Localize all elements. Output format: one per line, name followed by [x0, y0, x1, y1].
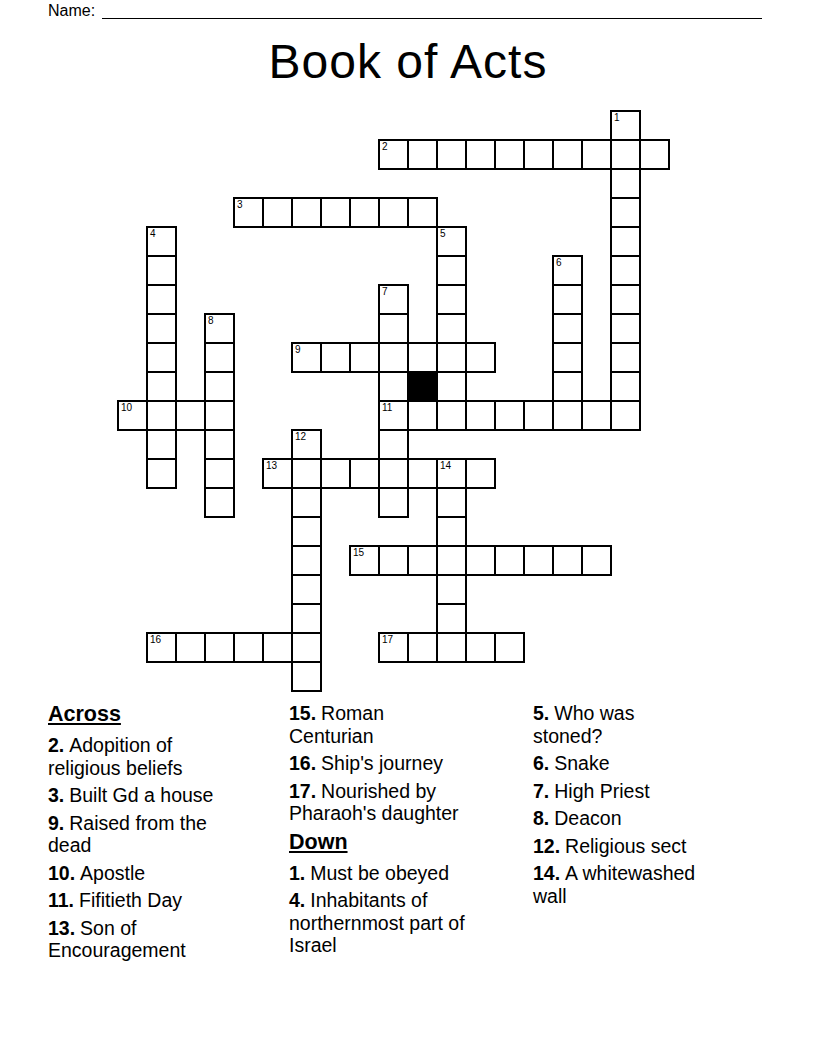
grid-cell-r17c11[interactable]	[436, 603, 467, 634]
grid-cell-r10c3[interactable]	[204, 400, 235, 431]
grid-cell-r10c15[interactable]	[552, 400, 583, 431]
cell-number-10: 10	[121, 403, 132, 413]
grid-cell-r7c17[interactable]	[610, 313, 641, 344]
grid-cell-r14c6[interactable]	[291, 516, 322, 547]
clues-column-2: 15.Roman Centurian16.Ship's journey17.No…	[289, 702, 527, 962]
clue-across-13: 13.Son of Encouragement	[48, 917, 282, 962]
grid-cell-r10c13[interactable]	[494, 400, 525, 431]
grid-cell-r3c10[interactable]	[407, 197, 438, 228]
grid-cell-r12c6[interactable]	[291, 458, 322, 489]
cell-number-6: 6	[556, 258, 562, 268]
grid-cell-r10c10[interactable]	[407, 400, 438, 431]
clue-across-2: 2.Adopition of religious beliefs	[48, 734, 282, 779]
grid-cell-r12c3[interactable]	[204, 458, 235, 489]
grid-cell-r15c14[interactable]	[523, 545, 554, 576]
clue-number: 15.	[289, 702, 316, 724]
grid-cell-r12c5[interactable]: 13	[262, 458, 293, 489]
grid-cell-r8c10[interactable]	[407, 342, 438, 373]
grid-cell-r10c16[interactable]	[581, 400, 612, 431]
grid-cell-r8c11[interactable]	[436, 342, 467, 373]
grid-cell-r7c1[interactable]	[146, 313, 177, 344]
cell-number-2: 2	[382, 142, 388, 152]
grid-cell-r12c11[interactable]: 14	[436, 458, 467, 489]
grid-cell-r8c7[interactable]	[320, 342, 351, 373]
grid-cell-r1c18[interactable]	[639, 139, 670, 170]
grid-cell-r1c13[interactable]	[494, 139, 525, 170]
clue-number: 5.	[533, 702, 549, 724]
clue-down-8: 8.Deacon	[533, 807, 771, 830]
grid-cell-r18c11[interactable]	[436, 632, 467, 663]
grid-cell-r12c1[interactable]	[146, 458, 177, 489]
crossword-grid: 1234567118910121314151617	[117, 110, 672, 694]
clue-across-16: 16.Ship's journey	[289, 752, 527, 775]
clue-number: 2.	[48, 734, 64, 756]
grid-cell-r16c11[interactable]	[436, 574, 467, 605]
black-cell	[407, 371, 438, 402]
grid-cell-r17c6[interactable]	[291, 603, 322, 634]
page-title: Book of Acts	[0, 36, 816, 88]
cell-number-1: 1	[614, 113, 620, 123]
cell-number-11: 11	[382, 403, 392, 413]
clue-text: Built Gd a house	[69, 784, 213, 806]
grid-cell-r3c6[interactable]	[291, 197, 322, 228]
grid-cell-r1c10[interactable]	[407, 139, 438, 170]
clue-number: 16.	[289, 752, 316, 774]
cell-number-14: 14	[440, 461, 451, 471]
grid-cell-r10c17[interactable]	[610, 400, 641, 431]
grid-cell-r15c12[interactable]	[465, 545, 496, 576]
grid-cell-r13c3[interactable]	[204, 487, 235, 518]
grid-cell-r5c17[interactable]	[610, 255, 641, 286]
clue-number: 11.	[48, 889, 74, 911]
clue-text: Apostle	[80, 862, 145, 884]
grid-cell-r8c9[interactable]	[378, 342, 409, 373]
grid-cell-r15c10[interactable]	[407, 545, 438, 576]
grid-cell-r1c12[interactable]	[465, 139, 496, 170]
clue-number: 7.	[533, 780, 549, 802]
grid-cell-r0c17[interactable]: 1	[610, 110, 641, 141]
clues-column-1: Across2.Adopition of religious beliefs3.…	[48, 702, 282, 967]
clue-number: 9.	[48, 812, 64, 834]
cell-number-5: 5	[440, 229, 446, 239]
grid-cell-r12c7[interactable]	[320, 458, 351, 489]
grid-cell-r11c3[interactable]	[204, 429, 235, 460]
grid-cell-r5c11[interactable]	[436, 255, 467, 286]
clue-number: 12.	[533, 835, 560, 857]
grid-cell-r6c17[interactable]	[610, 284, 641, 315]
cell-number-15: 15	[353, 548, 364, 558]
clue-across-10: 10.Apostle	[48, 862, 282, 885]
grid-cell-r9c15[interactable]	[552, 371, 583, 402]
cell-number-17: 17	[382, 635, 393, 645]
grid-cell-r15c15[interactable]	[552, 545, 583, 576]
clue-number: 10.	[48, 862, 75, 884]
grid-cell-r15c16[interactable]	[581, 545, 612, 576]
grid-cell-r10c9[interactable]: 11	[378, 400, 409, 431]
clue-text: Religious sect	[565, 835, 686, 857]
grid-cell-r6c15[interactable]	[552, 284, 583, 315]
grid-cell-r18c12[interactable]	[465, 632, 496, 663]
grid-cell-r6c9[interactable]: 7	[378, 284, 409, 315]
grid-cell-r9c11[interactable]	[436, 371, 467, 402]
grid-cell-r8c1[interactable]	[146, 342, 177, 373]
grid-cell-r18c3[interactable]	[204, 632, 235, 663]
grid-cell-r12c8[interactable]	[349, 458, 380, 489]
grid-cell-r18c13[interactable]	[494, 632, 525, 663]
grid-cell-r8c3[interactable]	[204, 342, 235, 373]
grid-cell-r6c1[interactable]	[146, 284, 177, 315]
clue-number: 4.	[289, 889, 305, 911]
clue-number: 1.	[289, 862, 305, 884]
grid-cell-r8c6[interactable]: 9	[291, 342, 322, 373]
clue-number: 6.	[533, 752, 549, 774]
clue-number: 13.	[48, 917, 75, 939]
grid-cell-r4c17[interactable]	[610, 226, 641, 257]
worksheet-page: Name: Book of Acts 123456711891012131415…	[0, 0, 816, 1056]
grid-cell-r9c9[interactable]	[378, 371, 409, 402]
grid-cell-r10c2[interactable]	[175, 400, 206, 431]
grid-cell-r7c11[interactable]	[436, 313, 467, 344]
name-label: Name:	[48, 2, 95, 20]
grid-cell-r9c1[interactable]	[146, 371, 177, 402]
name-input-line[interactable]	[102, 0, 762, 19]
grid-cell-r8c15[interactable]	[552, 342, 583, 373]
grid-cell-r7c3[interactable]: 8	[204, 313, 235, 344]
grid-cell-r6c11[interactable]	[436, 284, 467, 315]
grid-cell-r4c1[interactable]: 4	[146, 226, 177, 257]
clue-text: Inhabitants of northernmost part of Isra…	[289, 889, 465, 956]
clue-across-15: 15.Roman Centurian	[289, 702, 527, 747]
grid-cell-r11c1[interactable]	[146, 429, 177, 460]
grid-cell-r1c9[interactable]: 2	[378, 139, 409, 170]
clue-text: Raised from the dead	[48, 812, 207, 857]
grid-cell-r1c16[interactable]	[581, 139, 612, 170]
cell-number-8: 8	[208, 316, 214, 326]
grid-cell-r13c6[interactable]	[291, 487, 322, 518]
grid-cell-r18c10[interactable]	[407, 632, 438, 663]
clue-text: High Priest	[554, 780, 649, 802]
clue-across-11: 11.Fifitieth Day	[48, 889, 282, 912]
grid-cell-r10c1[interactable]	[146, 400, 177, 431]
grid-cell-r15c13[interactable]	[494, 545, 525, 576]
cell-number-13: 13	[266, 461, 277, 471]
clue-number: 17.	[289, 780, 316, 802]
clue-text: Snake	[554, 752, 609, 774]
grid-cell-r7c15[interactable]	[552, 313, 583, 344]
grid-cell-r14c11[interactable]	[436, 516, 467, 547]
grid-cell-r18c4[interactable]	[233, 632, 264, 663]
clue-down-14: 14.A whitewashed wall	[533, 862, 771, 907]
clue-text: Deacon	[554, 807, 621, 829]
grid-cell-r9c17[interactable]	[610, 371, 641, 402]
grid-cell-r18c6[interactable]	[291, 632, 322, 663]
grid-cell-r11c6[interactable]: 12	[291, 429, 322, 460]
grid-cell-r9c3[interactable]	[204, 371, 235, 402]
cell-number-16: 16	[150, 635, 161, 645]
clue-number: 3.	[48, 784, 64, 806]
grid-cell-r16c6[interactable]	[291, 574, 322, 605]
grid-cell-r15c9[interactable]	[378, 545, 409, 576]
grid-cell-r8c17[interactable]	[610, 342, 641, 373]
grid-cell-r3c4[interactable]: 3	[233, 197, 264, 228]
grid-cell-r15c6[interactable]	[291, 545, 322, 576]
cell-number-3: 3	[237, 200, 243, 210]
clue-text: Must be obeyed	[310, 862, 449, 884]
clue-across-3: 3.Built Gd a house	[48, 784, 282, 807]
grid-cell-r18c2[interactable]	[175, 632, 206, 663]
clue-text: Adopition of religious beliefs	[48, 734, 182, 779]
across-header: Across	[48, 702, 282, 726]
clue-across-17: 17.Nourished by Pharaoh's daughter	[289, 780, 527, 825]
grid-cell-r10c12[interactable]	[465, 400, 496, 431]
clue-number: 14.	[533, 862, 560, 884]
grid-cell-r7c9[interactable]	[378, 313, 409, 344]
grid-cell-r12c9[interactable]	[378, 458, 409, 489]
grid-cell-r3c5[interactable]	[262, 197, 293, 228]
clues-column-3: 5.Who was stoned?6.Snake7.High Priest8.D…	[533, 702, 771, 912]
grid-cell-r15c11[interactable]	[436, 545, 467, 576]
grid-cell-r15c8[interactable]: 15	[349, 545, 380, 576]
grid-cell-r5c1[interactable]	[146, 255, 177, 286]
grid-cell-r3c17[interactable]	[610, 197, 641, 228]
clue-across-9: 9.Raised from the dead	[48, 812, 282, 857]
grid-cell-r1c15[interactable]	[552, 139, 583, 170]
grid-cell-r5c15[interactable]: 6	[552, 255, 583, 286]
grid-cell-r13c9[interactable]	[378, 487, 409, 518]
grid-cell-r18c9[interactable]: 17	[378, 632, 409, 663]
clue-down-4: 4.Inhabitants of northernmost part of Is…	[289, 889, 527, 957]
cell-number-4: 4	[150, 229, 156, 239]
grid-cell-r12c12[interactable]	[465, 458, 496, 489]
grid-cell-r13c11[interactable]	[436, 487, 467, 518]
clue-text: Fifitieth Day	[79, 889, 182, 911]
grid-cell-r8c8[interactable]	[349, 342, 380, 373]
grid-cell-r4c11[interactable]: 5	[436, 226, 467, 257]
clue-down-1: 1.Must be obeyed	[289, 862, 527, 885]
grid-cell-r2c17[interactable]	[610, 168, 641, 199]
grid-cell-r1c14[interactable]	[523, 139, 554, 170]
clue-number: 8.	[533, 807, 549, 829]
grid-cell-r3c7[interactable]	[320, 197, 351, 228]
grid-cell-r1c11[interactable]	[436, 139, 467, 170]
grid-cell-r18c5[interactable]	[262, 632, 293, 663]
cell-number-7: 7	[382, 287, 388, 297]
down-header: Down	[289, 830, 527, 854]
cell-number-12: 12	[295, 432, 306, 442]
grid-cell-r10c0[interactable]: 10	[117, 400, 148, 431]
grid-cell-r10c11[interactable]	[436, 400, 467, 431]
grid-cell-r1c17[interactable]	[610, 139, 641, 170]
grid-cell-r19c6[interactable]	[291, 661, 322, 692]
grid-cell-r11c9[interactable]	[378, 429, 409, 460]
grid-cell-r3c9[interactable]	[378, 197, 409, 228]
grid-cell-r8c12[interactable]	[465, 342, 496, 373]
grid-cell-r12c10[interactable]	[407, 458, 438, 489]
clue-down-6: 6.Snake	[533, 752, 771, 775]
grid-cell-r18c1[interactable]: 16	[146, 632, 177, 663]
clue-text: Ship's journey	[321, 752, 443, 774]
clue-down-7: 7.High Priest	[533, 780, 771, 803]
grid-cell-r3c8[interactable]	[349, 197, 380, 228]
cell-number-9: 9	[295, 345, 301, 355]
clue-down-5: 5.Who was stoned?	[533, 702, 771, 747]
grid-cell-r10c14[interactable]	[523, 400, 554, 431]
clue-down-12: 12.Religious sect	[533, 835, 771, 858]
